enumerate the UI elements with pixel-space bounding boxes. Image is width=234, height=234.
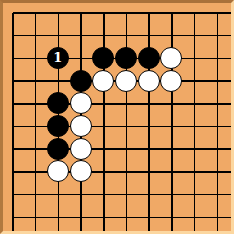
grid-line-horizontal <box>13 12 231 14</box>
grid-line-vertical <box>194 13 196 231</box>
grid-line-horizontal <box>13 148 231 150</box>
grid-line-horizontal <box>13 126 231 128</box>
grid-line-vertical <box>171 13 173 231</box>
grid-line-horizontal <box>13 171 231 173</box>
stone-white <box>92 70 114 92</box>
stone-white <box>138 70 160 92</box>
grid-line-horizontal <box>13 194 231 196</box>
stone-black <box>115 47 137 69</box>
grid-line-vertical <box>148 13 150 231</box>
go-board: 1 <box>0 0 234 234</box>
stone-black <box>138 47 160 69</box>
grid-line-vertical <box>35 13 37 231</box>
stone-white <box>70 92 92 114</box>
move-number-label: 1 <box>53 51 62 64</box>
go-grid: 1 <box>13 13 231 231</box>
stone-white <box>160 70 182 92</box>
grid-line-vertical <box>12 13 14 231</box>
grid-line-vertical <box>126 13 128 231</box>
stone-black <box>70 70 92 92</box>
stone-black <box>92 47 114 69</box>
stone-white <box>115 70 137 92</box>
stone-white <box>70 160 92 182</box>
stone-black <box>47 115 69 137</box>
stone-black <box>47 92 69 114</box>
move-1-stone: 1 <box>47 47 69 69</box>
stone-white <box>160 47 182 69</box>
grid-line-vertical <box>103 13 105 231</box>
stone-black <box>47 138 69 160</box>
stone-white <box>70 115 92 137</box>
grid-line-horizontal <box>13 217 231 219</box>
stone-white <box>47 160 69 182</box>
grid-line-vertical <box>217 13 219 231</box>
grid-line-horizontal <box>13 35 231 37</box>
grid-line-horizontal <box>13 103 231 105</box>
stone-white <box>70 138 92 160</box>
